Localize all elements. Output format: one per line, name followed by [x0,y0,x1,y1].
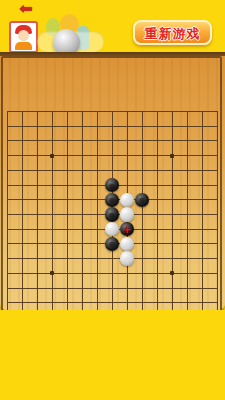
stone-glyph: ● [123,237,131,250]
opponent-avatar [9,21,38,53]
stone-glyph: ● [108,237,116,250]
stone-glyph: ● [108,179,116,192]
star-point [50,154,54,158]
star-point [170,271,174,275]
stone-glyph: ● [138,193,146,206]
gomoku-app: ⬅ 重新游戏 ●●●●●+●●●●●● [0,0,225,400]
black-stone: ●+ [120,222,134,236]
stone-glyph: ● [123,252,131,265]
back-arrow-icon: ⬅ [19,0,32,17]
white-stone: ● [120,237,134,251]
stone-glyph: ● [123,193,131,206]
white-stone: ● [105,222,119,236]
black-stone: ● [135,193,149,207]
white-stone: ● [120,207,134,221]
star-point [50,271,54,275]
black-stone: ● [105,207,119,221]
back-button[interactable]: ⬅ [13,0,39,18]
restart-game-button[interactable]: 重新游戏 [133,20,212,45]
stone-glyph: ● [123,208,131,221]
stone-glyph: ● [108,193,116,206]
header-bar: ⬅ 重新游戏 [0,0,225,52]
star-point [170,154,174,158]
black-stone: ● [105,178,119,192]
white-stone: ● [120,251,134,265]
black-stone: ● [105,237,119,251]
last-move-marker: + [120,222,134,236]
board-panel: ●●●●●+●●●●●● 黑胜:0 白胜:0 平:0 [0,52,225,310]
opponent-avatar-image [12,24,35,50]
avatar-face [18,30,29,41]
lower-area: 双人桌游版 和TA玩 [0,310,225,400]
board-grid[interactable]: ●●●●●+●●●●●● [7,111,218,318]
black-stone: ● [105,193,119,207]
stone-glyph: ● [108,223,116,236]
avatar-body [15,42,32,50]
white-stone: ● [120,193,134,207]
stone-glyph: ● [108,208,116,221]
